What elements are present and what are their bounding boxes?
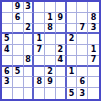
- given-cell-r5c6: 2: [56, 45, 67, 56]
- empty-cell-r6c1[interactable]: [2, 56, 13, 67]
- empty-cell-r4c3[interactable]: [24, 34, 35, 45]
- empty-cell-r1c8[interactable]: [77, 2, 88, 13]
- given-cell-r3c3: 2: [24, 24, 35, 35]
- given-cell-r4c7: 2: [67, 34, 78, 45]
- empty-cell-r8c2[interactable]: [13, 77, 24, 88]
- given-cell-r7c1: 6: [2, 67, 13, 78]
- given-cell-r8c4: 8: [34, 77, 45, 88]
- given-cell-r4c1: 5: [2, 34, 13, 45]
- given-cell-r1c3: 3: [24, 2, 35, 13]
- empty-cell-r7c9[interactable]: [88, 67, 99, 78]
- empty-cell-r6c2[interactable]: [13, 56, 24, 67]
- empty-cell-r8c9[interactable]: [88, 77, 99, 88]
- empty-cell-r6c7[interactable]: [67, 56, 78, 67]
- given-cell-r3c5: 8: [45, 24, 56, 35]
- empty-cell-r5c3[interactable]: [24, 45, 35, 56]
- empty-cell-r5c7[interactable]: [67, 45, 78, 56]
- empty-cell-r1c6[interactable]: [56, 2, 67, 13]
- given-cell-r1c2: 9: [13, 2, 24, 13]
- empty-cell-r9c5[interactable]: [45, 88, 56, 99]
- given-cell-r5c1: 4: [2, 45, 13, 56]
- given-cell-r5c4: 7: [34, 45, 45, 56]
- empty-cell-r2c7[interactable]: [67, 13, 78, 24]
- given-cell-r2c5: 1: [45, 13, 56, 24]
- empty-cell-r1c1[interactable]: [2, 2, 13, 13]
- given-cell-r3c9: 3: [88, 24, 99, 35]
- empty-cell-r8c3[interactable]: [24, 77, 35, 88]
- given-cell-r6c9: 7: [88, 56, 99, 67]
- empty-cell-r9c1[interactable]: [2, 88, 13, 99]
- empty-cell-r5c2[interactable]: [13, 45, 24, 56]
- given-cell-r4c4: 1: [34, 34, 45, 45]
- given-cell-r5c9: 1: [88, 45, 99, 56]
- empty-cell-r4c8[interactable]: [77, 34, 88, 45]
- empty-cell-r4c9[interactable]: [88, 34, 99, 45]
- empty-cell-r8c6[interactable]: [56, 77, 67, 88]
- empty-cell-r4c5[interactable]: [45, 34, 56, 45]
- empty-cell-r6c4[interactable]: [34, 56, 45, 67]
- empty-cell-r3c2[interactable]: [13, 24, 24, 35]
- given-cell-r7c5: 2: [45, 67, 56, 78]
- empty-cell-r4c2[interactable]: [13, 34, 24, 45]
- given-cell-r6c3: 8: [24, 56, 35, 67]
- empty-cell-r3c1[interactable]: [2, 24, 13, 35]
- empty-cell-r7c8[interactable]: [77, 67, 88, 78]
- given-cell-r8c5: 9: [45, 77, 56, 88]
- empty-cell-r8c7[interactable]: [67, 77, 78, 88]
- given-cell-r7c2: 5: [13, 67, 24, 78]
- given-cell-r6c6: 4: [56, 56, 67, 67]
- empty-cell-r9c9[interactable]: [88, 88, 99, 99]
- empty-cell-r9c4[interactable]: [34, 88, 45, 99]
- empty-cell-r4c6[interactable]: [56, 34, 67, 45]
- given-cell-r7c7: 1: [67, 67, 78, 78]
- given-cell-r8c1: 3: [2, 77, 13, 88]
- empty-cell-r6c8[interactable]: [77, 56, 88, 67]
- empty-cell-r2c1[interactable]: [2, 13, 13, 24]
- empty-cell-r1c7[interactable]: [67, 2, 78, 13]
- given-cell-r9c8: 3: [77, 88, 88, 99]
- empty-cell-r3c6[interactable]: [56, 24, 67, 35]
- empty-cell-r2c4[interactable]: [34, 13, 45, 24]
- empty-cell-r5c8[interactable]: [77, 45, 88, 56]
- empty-cell-r5c5[interactable]: [45, 45, 56, 56]
- given-cell-r2c6: 9: [56, 13, 67, 24]
- given-cell-r2c2: 6: [13, 13, 24, 24]
- empty-cell-r9c2[interactable]: [13, 88, 24, 99]
- empty-cell-r9c3[interactable]: [24, 88, 35, 99]
- empty-cell-r9c6[interactable]: [56, 88, 67, 99]
- empty-cell-r7c6[interactable]: [56, 67, 67, 78]
- empty-cell-r1c9[interactable]: [88, 2, 99, 13]
- sudoku-board: 936198287351247218476521389653: [0, 0, 101, 101]
- given-cell-r3c8: 7: [77, 24, 88, 35]
- given-cell-r8c8: 6: [77, 77, 88, 88]
- empty-cell-r2c8[interactable]: [77, 13, 88, 24]
- given-cell-r9c7: 5: [67, 88, 78, 99]
- empty-cell-r1c5[interactable]: [45, 2, 56, 13]
- empty-cell-r7c3[interactable]: [24, 67, 35, 78]
- empty-cell-r3c7[interactable]: [67, 24, 78, 35]
- empty-cell-r7c4[interactable]: [34, 67, 45, 78]
- empty-cell-r2c3[interactable]: [24, 13, 35, 24]
- empty-cell-r3c4[interactable]: [34, 24, 45, 35]
- empty-cell-r6c5[interactable]: [45, 56, 56, 67]
- empty-cell-r1c4[interactable]: [34, 2, 45, 13]
- given-cell-r2c9: 8: [88, 13, 99, 24]
